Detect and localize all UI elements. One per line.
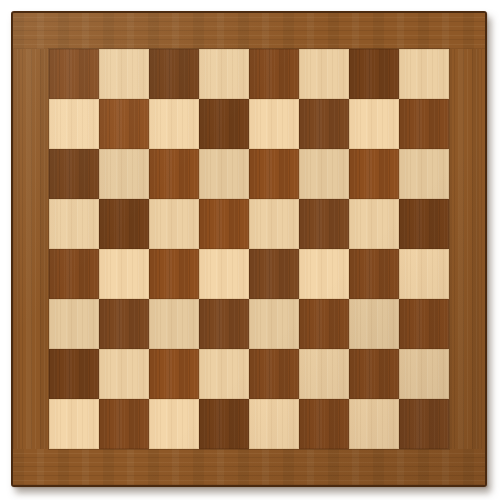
square-e8[interactable] — [249, 49, 299, 99]
square-f4[interactable] — [299, 249, 349, 299]
square-b2[interactable] — [99, 349, 149, 399]
square-d2[interactable] — [199, 349, 249, 399]
square-h2[interactable] — [399, 349, 449, 399]
square-c3[interactable] — [149, 299, 199, 349]
square-h3[interactable] — [399, 299, 449, 349]
square-a5[interactable] — [49, 199, 99, 249]
square-a6[interactable] — [49, 149, 99, 199]
square-b1[interactable] — [99, 399, 149, 449]
square-e3[interactable] — [249, 299, 299, 349]
square-f6[interactable] — [299, 149, 349, 199]
square-f1[interactable] — [299, 399, 349, 449]
square-d6[interactable] — [199, 149, 249, 199]
scene-background — [0, 0, 500, 500]
square-d8[interactable] — [199, 49, 249, 99]
square-d5[interactable] — [199, 199, 249, 249]
square-b4[interactable] — [99, 249, 149, 299]
square-h7[interactable] — [399, 99, 449, 149]
square-e2[interactable] — [249, 349, 299, 399]
square-c4[interactable] — [149, 249, 199, 299]
board-frame-bottom-rail — [13, 449, 485, 485]
square-f8[interactable] — [299, 49, 349, 99]
square-g8[interactable] — [349, 49, 399, 99]
square-d4[interactable] — [199, 249, 249, 299]
square-e5[interactable] — [249, 199, 299, 249]
square-g5[interactable] — [349, 199, 399, 249]
chessboard — [11, 11, 487, 487]
square-h1[interactable] — [399, 399, 449, 449]
square-f2[interactable] — [299, 349, 349, 399]
square-e4[interactable] — [249, 249, 299, 299]
square-g2[interactable] — [349, 349, 399, 399]
square-h4[interactable] — [399, 249, 449, 299]
square-b8[interactable] — [99, 49, 149, 99]
square-c5[interactable] — [149, 199, 199, 249]
board-frame-top-rail — [13, 13, 485, 49]
square-a2[interactable] — [49, 349, 99, 399]
square-b6[interactable] — [99, 149, 149, 199]
square-g4[interactable] — [349, 249, 399, 299]
square-a8[interactable] — [49, 49, 99, 99]
square-d1[interactable] — [199, 399, 249, 449]
square-g3[interactable] — [349, 299, 399, 349]
square-a3[interactable] — [49, 299, 99, 349]
square-d7[interactable] — [199, 99, 249, 149]
square-b5[interactable] — [99, 199, 149, 249]
square-f7[interactable] — [299, 99, 349, 149]
square-a1[interactable] — [49, 399, 99, 449]
board-grid — [49, 49, 449, 449]
square-e7[interactable] — [249, 99, 299, 149]
square-h6[interactable] — [399, 149, 449, 199]
square-h8[interactable] — [399, 49, 449, 99]
square-c2[interactable] — [149, 349, 199, 399]
square-f3[interactable] — [299, 299, 349, 349]
square-b7[interactable] — [99, 99, 149, 149]
square-c1[interactable] — [149, 399, 199, 449]
square-c8[interactable] — [149, 49, 199, 99]
square-c6[interactable] — [149, 149, 199, 199]
square-e1[interactable] — [249, 399, 299, 449]
square-a7[interactable] — [49, 99, 99, 149]
square-h5[interactable] — [399, 199, 449, 249]
square-d3[interactable] — [199, 299, 249, 349]
square-a4[interactable] — [49, 249, 99, 299]
square-g6[interactable] — [349, 149, 399, 199]
square-b3[interactable] — [99, 299, 149, 349]
square-e6[interactable] — [249, 149, 299, 199]
square-c7[interactable] — [149, 99, 199, 149]
square-f5[interactable] — [299, 199, 349, 249]
square-g1[interactable] — [349, 399, 399, 449]
square-g7[interactable] — [349, 99, 399, 149]
